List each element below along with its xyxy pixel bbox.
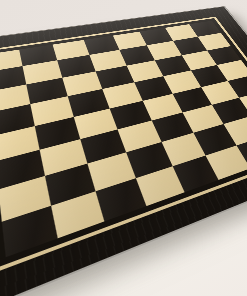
photo-background bbox=[0, 0, 247, 296]
board-grid bbox=[0, 21, 247, 257]
chess-board bbox=[0, 6, 247, 296]
board-pinstripe bbox=[0, 17, 247, 274]
